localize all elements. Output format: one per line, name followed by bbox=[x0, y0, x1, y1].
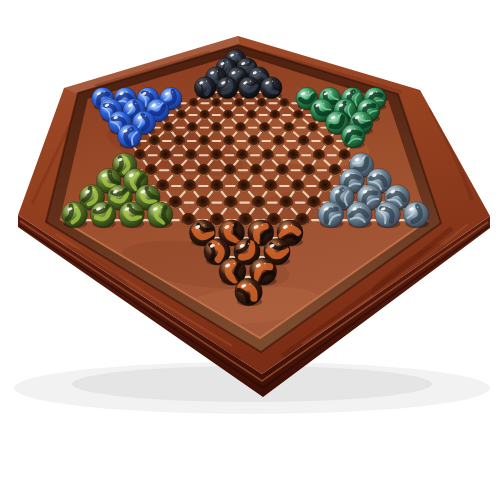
marble-slate-blue-10[interactable] bbox=[403, 202, 429, 228]
hole-9-5[interactable] bbox=[236, 149, 248, 161]
hole-5-7[interactable] bbox=[234, 98, 244, 108]
hole-7-8[interactable] bbox=[283, 122, 294, 133]
hole-dimple bbox=[211, 98, 221, 108]
marble-specular-dot bbox=[103, 91, 104, 92]
hole-dimple bbox=[246, 110, 257, 121]
hole-8-8[interactable] bbox=[298, 135, 310, 147]
marble-green-10[interactable] bbox=[342, 124, 366, 148]
hole-dimple bbox=[293, 110, 304, 121]
hole-10-8[interactable] bbox=[302, 164, 315, 177]
hole-dimple bbox=[187, 122, 198, 133]
marble-black-7[interactable] bbox=[194, 77, 216, 100]
hole-11-5[interactable] bbox=[210, 179, 223, 192]
hole-dimple bbox=[279, 98, 289, 108]
marble-specular-dot bbox=[75, 206, 77, 208]
hole-dimple bbox=[189, 98, 199, 108]
marble-black-10[interactable] bbox=[260, 77, 282, 100]
marble-specular-dot bbox=[388, 206, 390, 208]
hole-9-3[interactable] bbox=[185, 149, 197, 161]
hole-8-4[interactable] bbox=[198, 135, 210, 147]
marble-specular-dot bbox=[236, 53, 237, 54]
marble-specular-dot bbox=[248, 61, 249, 62]
marble-specular-dot bbox=[417, 206, 419, 208]
hole-10-4[interactable] bbox=[197, 164, 210, 177]
marble-specular-dot bbox=[353, 173, 354, 174]
marble-specular-dot bbox=[130, 129, 131, 130]
marble-specular-dot bbox=[121, 115, 122, 116]
board-photo bbox=[0, 0, 500, 500]
marble-specular-dot bbox=[250, 81, 251, 82]
marble-specular-dot bbox=[132, 206, 134, 208]
hole-dimple bbox=[257, 98, 267, 108]
hole-6-5[interactable] bbox=[199, 110, 210, 121]
hole-dimple bbox=[270, 110, 281, 121]
marble-specular-dot bbox=[259, 71, 260, 72]
hole-dimple bbox=[236, 149, 248, 161]
hole-12-7[interactable] bbox=[252, 196, 266, 210]
hole-dimple bbox=[183, 179, 196, 192]
hole-5-5[interactable] bbox=[189, 98, 199, 108]
hole-8-5[interactable] bbox=[223, 135, 235, 147]
hole-7-3[interactable] bbox=[163, 122, 174, 133]
hole-7-4[interactable] bbox=[187, 122, 198, 133]
hole-dimple bbox=[298, 135, 310, 147]
hole-dimple bbox=[307, 122, 318, 133]
marble-olive-green-7[interactable] bbox=[62, 202, 88, 228]
marble-slate-blue-8[interactable] bbox=[346, 202, 372, 228]
hole-8-3[interactable] bbox=[173, 135, 185, 147]
hole-6-7[interactable] bbox=[246, 110, 257, 121]
hole-7-5[interactable] bbox=[211, 122, 222, 133]
hole-dimple bbox=[302, 164, 315, 177]
hole-9-9[interactable] bbox=[338, 149, 350, 161]
marble-olive-green-9[interactable] bbox=[119, 202, 145, 228]
hole-8-6[interactable] bbox=[248, 135, 260, 147]
hole-dimple bbox=[307, 196, 321, 210]
marble-specular-dot bbox=[206, 81, 207, 82]
hole-dimple bbox=[259, 122, 270, 133]
hole-9-6[interactable] bbox=[262, 149, 274, 161]
marble-specular-dot bbox=[369, 103, 370, 104]
hole-6-8[interactable] bbox=[270, 110, 281, 121]
marble-specular-dot bbox=[104, 206, 106, 208]
hole-11-4[interactable] bbox=[183, 179, 196, 192]
marble-specular-dot bbox=[262, 224, 264, 226]
hole-dimple bbox=[252, 196, 266, 210]
hole-dimple bbox=[291, 179, 304, 192]
marble-specular-dot bbox=[330, 91, 331, 92]
hole-12-8[interactable] bbox=[279, 196, 293, 210]
marble-olive-green-8[interactable] bbox=[90, 202, 116, 228]
marble-specular-dot bbox=[232, 224, 234, 226]
marble-slate-blue-7[interactable] bbox=[318, 202, 344, 228]
hole-dimple bbox=[163, 122, 174, 133]
hole-8-7[interactable] bbox=[273, 135, 285, 147]
hole-dimple bbox=[211, 122, 222, 133]
hole-10-7[interactable] bbox=[276, 164, 289, 177]
hole-dimple bbox=[223, 110, 234, 121]
marble-specular-dot bbox=[362, 115, 363, 116]
hole-dimple bbox=[198, 135, 210, 147]
marble-specular-dot bbox=[110, 173, 111, 174]
hole-12-9[interactable] bbox=[307, 196, 321, 210]
hole-5-9[interactable] bbox=[279, 98, 289, 108]
marble-specular-dot bbox=[308, 91, 309, 92]
hole-dimple bbox=[323, 135, 335, 147]
hole-6-9[interactable] bbox=[293, 110, 304, 121]
hole-dimple bbox=[287, 149, 299, 161]
hole-5-6[interactable] bbox=[211, 98, 221, 108]
marble-specular-dot bbox=[218, 243, 220, 245]
hole-dimple bbox=[273, 135, 285, 147]
hole-dimple bbox=[199, 110, 210, 121]
hole-dimple bbox=[224, 196, 238, 210]
marble-specular-dot bbox=[112, 103, 113, 104]
chinese-checkers-board bbox=[0, 0, 500, 500]
hole-dimple bbox=[329, 164, 342, 177]
hole-dimple bbox=[250, 164, 263, 177]
marble-specular-dot bbox=[291, 224, 293, 226]
hole-dimple bbox=[223, 164, 236, 177]
marble-specular-dot bbox=[161, 206, 163, 208]
hole-9-4[interactable] bbox=[210, 149, 222, 161]
hole-dimple bbox=[196, 196, 210, 210]
marble-specular-dot bbox=[148, 189, 150, 191]
hole-10-3[interactable] bbox=[171, 164, 184, 177]
marble-specular-dot bbox=[135, 103, 136, 104]
marble-specular-dot bbox=[362, 157, 363, 158]
hole-dimple bbox=[210, 149, 222, 161]
marble-tiger-orange-10[interactable] bbox=[235, 278, 262, 306]
hole-9-7[interactable] bbox=[287, 149, 299, 161]
hole-10-5[interactable] bbox=[223, 164, 236, 177]
marble-specular-dot bbox=[249, 283, 251, 285]
marble-specular-dot bbox=[93, 189, 95, 191]
marble-specular-dot bbox=[338, 115, 339, 116]
hole-dimple bbox=[283, 122, 294, 133]
hole-7-7[interactable] bbox=[259, 122, 270, 133]
hole-7-6[interactable] bbox=[235, 122, 246, 133]
marble-olive-green-10[interactable] bbox=[147, 202, 173, 228]
hole-dimple bbox=[171, 164, 184, 177]
hole-12-5[interactable] bbox=[196, 196, 210, 210]
marble-specular-dot bbox=[228, 81, 229, 82]
hole-9-2[interactable] bbox=[159, 149, 171, 161]
hole-dimple bbox=[234, 98, 244, 108]
hole-dimple bbox=[197, 164, 210, 177]
hole-dimple bbox=[279, 196, 293, 210]
marble-specular-dot bbox=[159, 103, 160, 104]
hole-dimple bbox=[235, 122, 246, 133]
marble-specular-dot bbox=[278, 243, 280, 245]
hole-6-6[interactable] bbox=[223, 110, 234, 121]
marble-specular-dot bbox=[323, 103, 324, 104]
marble-specular-dot bbox=[354, 129, 355, 130]
hole-8-9[interactable] bbox=[323, 135, 335, 147]
marble-specular-dot bbox=[238, 71, 239, 72]
marble-specular-dot bbox=[145, 115, 146, 116]
marble-specular-dot bbox=[380, 173, 381, 174]
hole-dimple bbox=[237, 179, 250, 192]
marble-specular-dot bbox=[342, 189, 344, 191]
hole-10-9[interactable] bbox=[329, 164, 342, 177]
marble-specular-dot bbox=[332, 206, 334, 208]
hole-5-8[interactable] bbox=[257, 98, 267, 108]
hole-9-8[interactable] bbox=[313, 149, 325, 161]
marble-specular-dot bbox=[227, 61, 228, 62]
hole-dimple bbox=[248, 135, 260, 147]
hole-6-4[interactable] bbox=[176, 110, 187, 121]
hole-dimple bbox=[264, 179, 277, 192]
hole-11-9[interactable] bbox=[318, 179, 331, 192]
hole-dimple bbox=[210, 179, 223, 192]
marble-specular-dot bbox=[264, 263, 266, 265]
hole-11-6[interactable] bbox=[237, 179, 250, 192]
hole-dimple bbox=[149, 135, 161, 147]
hole-11-8[interactable] bbox=[291, 179, 304, 192]
marble-specular-dot bbox=[360, 206, 362, 208]
hole-dimple bbox=[173, 135, 185, 147]
marble-specular-dot bbox=[137, 173, 138, 174]
marble-specular-dot bbox=[370, 189, 372, 191]
hole-dimple bbox=[262, 149, 274, 161]
hole-12-6[interactable] bbox=[224, 196, 238, 210]
marble-specular-dot bbox=[398, 189, 400, 191]
marble-specular-dot bbox=[233, 263, 235, 265]
marble-specular-dot bbox=[248, 243, 250, 245]
marble-black-9[interactable] bbox=[238, 77, 260, 100]
marble-specular-dot bbox=[121, 189, 123, 191]
hole-10-6[interactable] bbox=[250, 164, 263, 177]
marble-specular-dot bbox=[126, 157, 127, 158]
hole-dimple bbox=[313, 149, 325, 161]
hole-dimple bbox=[223, 135, 235, 147]
marble-slate-blue-9[interactable] bbox=[375, 202, 401, 228]
marble-black-8[interactable] bbox=[216, 77, 238, 100]
marble-specular-dot bbox=[353, 91, 354, 92]
marble-blue-10[interactable] bbox=[118, 124, 142, 148]
hole-dimple bbox=[159, 149, 171, 161]
marble-specular-dot bbox=[346, 103, 347, 104]
hole-11-7[interactable] bbox=[264, 179, 277, 192]
marble-specular-dot bbox=[203, 224, 205, 226]
hole-dimple bbox=[176, 110, 187, 121]
hole-7-9[interactable] bbox=[307, 122, 318, 133]
hole-8-2[interactable] bbox=[149, 135, 161, 147]
hole-dimple bbox=[276, 164, 289, 177]
marble-specular-dot bbox=[217, 71, 218, 72]
hole-dimple bbox=[318, 179, 331, 192]
marble-specular-dot bbox=[272, 81, 273, 82]
marble-specular-dot bbox=[149, 91, 150, 92]
hole-dimple bbox=[185, 149, 197, 161]
marble-specular-dot bbox=[172, 91, 173, 92]
marble-specular-dot bbox=[126, 91, 127, 92]
marble-specular-dot bbox=[376, 91, 377, 92]
hole-dimple bbox=[338, 149, 350, 161]
